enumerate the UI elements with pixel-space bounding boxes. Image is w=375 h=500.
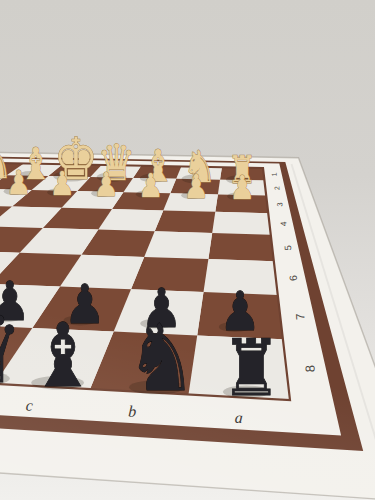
square-a4[interactable] — [212, 212, 271, 235]
square-b4[interactable] — [155, 211, 216, 233]
rank-label-8: 8 — [302, 365, 317, 373]
rank-label-4: 4 — [278, 221, 288, 227]
rank-label-3: 3 — [275, 202, 284, 207]
rank-label-2: 2 — [273, 186, 280, 190]
rank-label-1: 1 — [271, 172, 278, 176]
piece-black-queen-d8[interactable]: ♛ — [0, 293, 23, 405]
piece-black-rook-a8[interactable]: ♜ — [221, 322, 281, 413]
piece-white-pawn-b2[interactable]: ♟ — [183, 167, 208, 206]
piece-white-pawn-d2[interactable]: ♟ — [93, 165, 118, 204]
piece-white-pawn-e2[interactable]: ♟ — [49, 164, 74, 203]
square-b5[interactable] — [144, 231, 212, 259]
piece-white-pawn-f2[interactable]: ♟ — [6, 163, 31, 202]
rank-label-6: 6 — [288, 275, 299, 282]
rank-label-7: 7 — [293, 313, 307, 321]
board-photo-stage: abc12345678♜♞♝♛♚♝♞♟♟♟♟♟♟♟♟♟♟♟♜♞♝♛ — [0, 0, 375, 500]
rank-label-5: 5 — [283, 245, 293, 251]
square-a5[interactable] — [208, 233, 273, 261]
piece-black-knight-b8[interactable]: ♞ — [126, 304, 197, 411]
piece-white-pawn-c2[interactable]: ♟ — [138, 166, 163, 205]
piece-black-bishop-c8[interactable]: ♝ — [29, 304, 97, 406]
chess-board-scene: abc12345678♜♞♝♛♚♝♞♟♟♟♟♟♟♟♟♟♟♟♜♞♝♛ — [0, 0, 375, 500]
piece-white-pawn-a2[interactable]: ♟ — [229, 168, 254, 207]
